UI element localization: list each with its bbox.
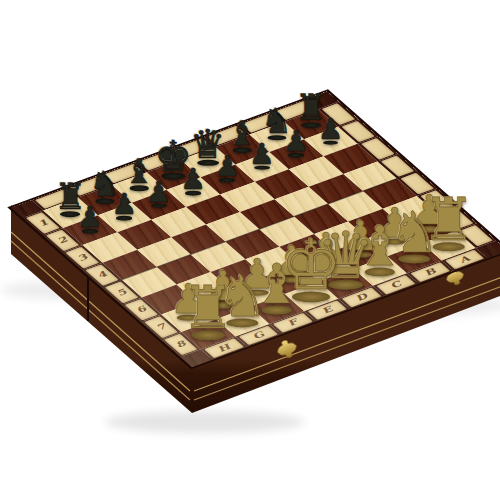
file-label-tile-text: D (352, 292, 370, 303)
rank-label-tile-text: 1 (35, 218, 51, 228)
piece-black-pawn-d2[interactable]: ♟ (215, 152, 241, 181)
rank-label-tile-text: 7 (153, 322, 169, 332)
rank-label-tile-text: 5 (113, 287, 129, 297)
file-label-tile-text: B (421, 267, 439, 278)
piece-black-pawn-b2[interactable]: ♟ (283, 127, 309, 156)
piece-black-pawn-h2[interactable]: ♟ (77, 203, 103, 232)
file-label-tile-text: C (387, 279, 405, 290)
piece-black-pawn-e2[interactable]: ♟ (180, 165, 206, 194)
rank-label-tile-text: 3 (74, 252, 90, 262)
piece-gold-rook-h8[interactable]: ♜ (182, 279, 235, 338)
piece-black-pawn-a2[interactable]: ♟ (318, 114, 344, 143)
piece-black-pawn-c2[interactable]: ♟ (249, 140, 275, 169)
file-label-tile-text: G (249, 330, 267, 341)
piece-black-pawn-g2[interactable]: ♟ (111, 190, 137, 219)
file-label-tile-text: H (214, 342, 233, 353)
rank-label-tile-text: 4 (94, 270, 110, 280)
piece-black-pawn-f2[interactable]: ♟ (146, 178, 172, 207)
file-label-tile-text: A (456, 254, 473, 265)
rank-label-tile-text: 2 (54, 235, 70, 245)
chess-set-photo: 12345678HGFEDCBA ♜♞♝♛♚♝♞♜♟♟♟♟♟♟♟♟♟♟♟♟♟♟♟… (0, 0, 500, 500)
rank-label-tile-text: 6 (133, 305, 149, 315)
file-label-tile-text: F (284, 318, 301, 328)
ground-shadow-front (105, 411, 305, 433)
file-label-tile-text: E (318, 305, 335, 316)
